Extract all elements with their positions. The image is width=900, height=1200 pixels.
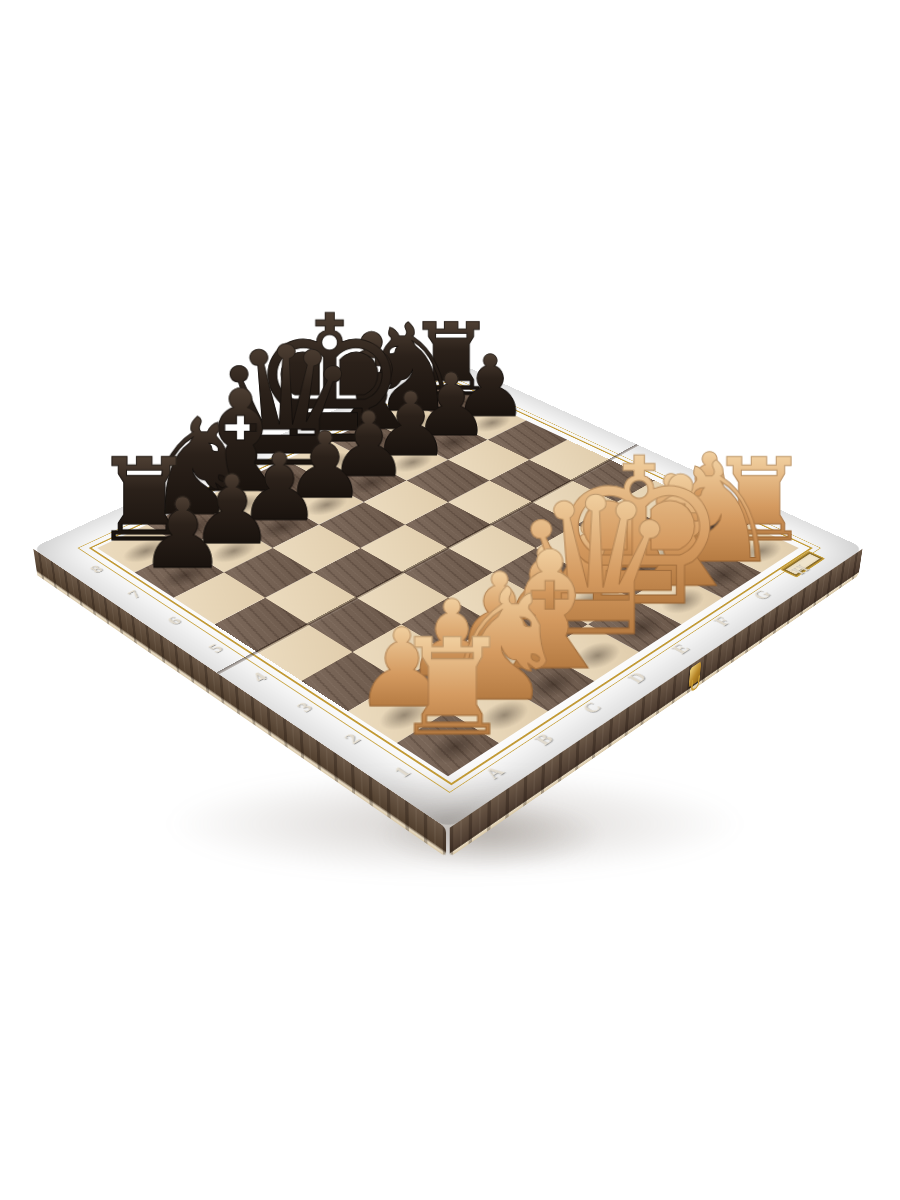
rank-label-3: 3 (293, 699, 318, 715)
rank-label-7: 7 (124, 588, 146, 601)
latch-hook-icon (690, 675, 699, 693)
rank-label-1: 1 (389, 763, 415, 780)
file-label-g: G (748, 587, 776, 602)
chess-board: ABCDEFGH 12345678 ♜♞♝♛♚♝♞♜♟♟♟♟♟♟♟♟♟♟♟♟♟♟… (32, 358, 864, 829)
file-label-c: C (577, 699, 606, 717)
black-pawn-icon: ♟ (139, 485, 226, 582)
board-frame: ABCDEFGH 12345678 ♜♞♝♛♚♝♞♜♟♟♟♟♟♟♟♟♟♟♟♟♟♟… (32, 358, 864, 829)
square-a1[interactable]: ♜ (397, 711, 499, 776)
board-squares: ♜♞♝♛♚♝♞♜♟♟♟♟♟♟♟♟♟♟♟♟♟♟♟♟♜♞♝♛♚♝♞♜ (97, 384, 798, 777)
rank-label-5: 5 (205, 641, 228, 655)
brass-latch[interactable] (688, 661, 701, 688)
white-rook-icon: ♜ (392, 622, 511, 755)
rank-label-2: 2 (340, 731, 365, 747)
rank-label-8: 8 (86, 563, 107, 576)
file-label-b: B (530, 730, 559, 748)
file-label-a: A (479, 763, 509, 783)
scene: ABCDEFGH 12345678 ♜♞♝♛♚♝♞♜♟♟♟♟♟♟♟♟♟♟♟♟♟♟… (0, 0, 900, 1200)
square-a7[interactable]: ♟ (135, 548, 225, 598)
file-label-d: D (623, 669, 652, 686)
rank-label-6: 6 (163, 614, 185, 628)
rank-label-4: 4 (248, 670, 272, 685)
